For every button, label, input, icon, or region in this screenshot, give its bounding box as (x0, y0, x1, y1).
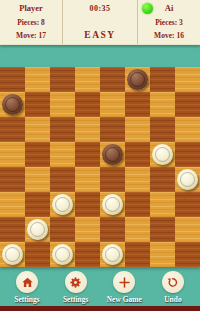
undo-button-label: Undo (164, 295, 182, 304)
black-piece[interactable] (127, 69, 148, 90)
black-piece[interactable] (102, 144, 123, 165)
square-r5c2[interactable] (50, 192, 75, 217)
square-r2c7[interactable] (175, 117, 200, 142)
bottom-bar (0, 306, 200, 311)
square-r2c4[interactable] (100, 117, 125, 142)
home-button[interactable]: Settings (3, 267, 51, 307)
square-r1c4[interactable] (100, 92, 125, 117)
home-icon (16, 271, 38, 293)
square-r0c4[interactable] (100, 67, 125, 92)
square-r7c6[interactable] (150, 242, 175, 267)
square-r3c2[interactable] (50, 142, 75, 167)
turn-indicator-dot (142, 3, 153, 14)
square-r7c4[interactable] (100, 242, 125, 267)
square-r7c2[interactable] (50, 242, 75, 267)
square-r4c0[interactable] (0, 167, 25, 192)
square-r1c2[interactable] (50, 92, 75, 117)
square-r4c4[interactable] (100, 167, 125, 192)
square-r4c1[interactable] (25, 167, 50, 192)
square-r6c6[interactable] (150, 217, 175, 242)
square-r2c1[interactable] (25, 117, 50, 142)
square-r6c2[interactable] (50, 217, 75, 242)
white-piece[interactable] (102, 244, 123, 265)
square-r0c3[interactable] (75, 67, 100, 92)
game-timer: 00:35 (64, 4, 136, 13)
square-r5c3[interactable] (75, 192, 100, 217)
square-r3c0[interactable] (0, 142, 25, 167)
white-piece[interactable] (177, 169, 198, 190)
square-r2c0[interactable] (0, 117, 25, 142)
toolbar: Settings Settings (0, 267, 200, 307)
checkers-app: Player Pieces: 8 Move: 17 00:35 EASY Ai … (0, 0, 200, 311)
square-r5c0[interactable] (0, 192, 25, 217)
square-r7c1[interactable] (25, 242, 50, 267)
square-r0c1[interactable] (25, 67, 50, 92)
square-r1c3[interactable] (75, 92, 100, 117)
white-piece[interactable] (152, 144, 173, 165)
square-r2c5[interactable] (125, 117, 150, 142)
square-r6c5[interactable] (125, 217, 150, 242)
square-r0c2[interactable] (50, 67, 75, 92)
square-r7c0[interactable] (0, 242, 25, 267)
square-r4c7[interactable] (175, 167, 200, 192)
player-panel: Player Pieces: 8 Move: 17 (0, 0, 62, 44)
square-r0c0[interactable] (0, 67, 25, 92)
square-r6c3[interactable] (75, 217, 100, 242)
square-r4c6[interactable] (150, 167, 175, 192)
square-r4c5[interactable] (125, 167, 150, 192)
settings-button-label: Settings (63, 295, 88, 304)
square-r5c6[interactable] (150, 192, 175, 217)
square-r3c5[interactable] (125, 142, 150, 167)
square-r5c7[interactable] (175, 192, 200, 217)
square-r1c0[interactable] (0, 92, 25, 117)
checkers-board (0, 67, 200, 267)
square-r4c3[interactable] (75, 167, 100, 192)
player-pieces-count: Pieces: 8 (1, 19, 61, 27)
gear-icon (65, 271, 87, 293)
white-piece[interactable] (2, 244, 23, 265)
square-r3c7[interactable] (175, 142, 200, 167)
white-piece[interactable] (102, 194, 123, 215)
square-r5c1[interactable] (25, 192, 50, 217)
square-r3c3[interactable] (75, 142, 100, 167)
white-piece[interactable] (52, 194, 73, 215)
ai-panel: Ai Pieces: 3 Move: 16 (138, 0, 200, 44)
square-r2c2[interactable] (50, 117, 75, 142)
home-button-label: Settings (14, 295, 39, 304)
top-spacer (0, 45, 200, 67)
square-r6c4[interactable] (100, 217, 125, 242)
black-piece[interactable] (2, 94, 23, 115)
white-piece[interactable] (52, 244, 73, 265)
plus-icon (113, 271, 135, 293)
square-r5c4[interactable] (100, 192, 125, 217)
square-r6c1[interactable] (25, 217, 50, 242)
center-panel: 00:35 EASY (62, 0, 138, 44)
white-piece[interactable] (27, 219, 48, 240)
square-r1c7[interactable] (175, 92, 200, 117)
new-game-button[interactable]: New Game (100, 267, 148, 307)
ai-move-count: Move: 16 (139, 32, 199, 40)
undo-icon (162, 271, 184, 293)
square-r3c6[interactable] (150, 142, 175, 167)
square-r1c5[interactable] (125, 92, 150, 117)
square-r4c2[interactable] (50, 167, 75, 192)
square-r3c4[interactable] (100, 142, 125, 167)
square-r0c7[interactable] (175, 67, 200, 92)
square-r7c7[interactable] (175, 242, 200, 267)
square-r7c5[interactable] (125, 242, 150, 267)
square-r0c6[interactable] (150, 67, 175, 92)
header: Player Pieces: 8 Move: 17 00:35 EASY Ai … (0, 0, 200, 45)
new-game-button-label: New Game (107, 295, 142, 304)
difficulty-label: EASY (64, 30, 136, 40)
square-r6c0[interactable] (0, 217, 25, 242)
square-r7c3[interactable] (75, 242, 100, 267)
square-r2c6[interactable] (150, 117, 175, 142)
settings-button[interactable]: Settings (52, 267, 100, 307)
square-r1c6[interactable] (150, 92, 175, 117)
square-r0c5[interactable] (125, 67, 150, 92)
player-move-count: Move: 17 (1, 32, 61, 40)
square-r3c1[interactable] (25, 142, 50, 167)
square-r1c1[interactable] (25, 92, 50, 117)
square-r2c3[interactable] (75, 117, 100, 142)
player-name: Player (1, 4, 61, 13)
square-r5c5[interactable] (125, 192, 150, 217)
undo-button[interactable]: Undo (149, 267, 197, 307)
ai-pieces-count: Pieces: 3 (139, 19, 199, 27)
square-r6c7[interactable] (175, 217, 200, 242)
